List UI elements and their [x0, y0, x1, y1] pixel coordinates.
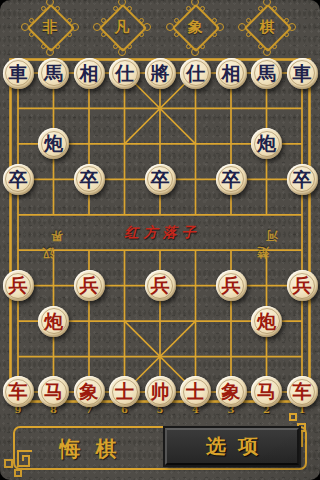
piece-red-elephant[interactable]: 象: [216, 376, 247, 407]
piece-red-chariot[interactable]: 车: [3, 376, 34, 407]
piece-red-soldier[interactable]: 兵: [287, 270, 318, 301]
piece-black-advisor[interactable]: 仕: [109, 58, 140, 89]
piece-black-chariot[interactable]: 車: [3, 58, 34, 89]
options-button[interactable]: 选项: [165, 428, 299, 465]
piece-black-soldier[interactable]: 卒: [216, 164, 247, 195]
piece-red-advisor[interactable]: 士: [180, 376, 211, 407]
piece-black-horse[interactable]: 馬: [38, 58, 69, 89]
xiangqi-app-screen: 非凡象棋 汉界 楚河 红方落子 987654321 車馬相仕將仕相馬車炮炮卒卒卒…: [0, 0, 320, 480]
piece-black-general[interactable]: 將: [145, 58, 176, 89]
piece-black-elephant[interactable]: 相: [216, 58, 247, 89]
piece-black-elephant[interactable]: 相: [74, 58, 105, 89]
piece-red-horse[interactable]: 马: [38, 376, 69, 407]
piece-black-soldier[interactable]: 卒: [3, 164, 34, 195]
piece-red-horse[interactable]: 马: [251, 376, 282, 407]
undo-button[interactable]: 悔棋: [32, 435, 144, 463]
piece-black-cannon[interactable]: 炮: [251, 128, 282, 159]
piece-black-cannon[interactable]: 炮: [38, 128, 69, 159]
pieces-layer: 車馬相仕將仕相馬車炮炮卒卒卒卒卒兵兵兵兵兵炮炮车马象士帅士象马车: [0, 0, 320, 480]
piece-red-general[interactable]: 帅: [145, 376, 176, 407]
piece-red-soldier[interactable]: 兵: [216, 270, 247, 301]
piece-red-cannon[interactable]: 炮: [251, 306, 282, 337]
piece-red-advisor[interactable]: 士: [109, 376, 140, 407]
piece-black-soldier[interactable]: 卒: [145, 164, 176, 195]
piece-red-chariot[interactable]: 车: [287, 376, 318, 407]
piece-red-soldier[interactable]: 兵: [74, 270, 105, 301]
piece-red-soldier[interactable]: 兵: [145, 270, 176, 301]
piece-red-elephant[interactable]: 象: [74, 376, 105, 407]
piece-black-chariot[interactable]: 車: [287, 58, 318, 89]
piece-red-cannon[interactable]: 炮: [38, 306, 69, 337]
piece-black-horse[interactable]: 馬: [251, 58, 282, 89]
piece-black-soldier[interactable]: 卒: [287, 164, 318, 195]
piece-black-soldier[interactable]: 卒: [74, 164, 105, 195]
piece-red-soldier[interactable]: 兵: [3, 270, 34, 301]
piece-black-advisor[interactable]: 仕: [180, 58, 211, 89]
